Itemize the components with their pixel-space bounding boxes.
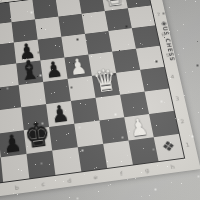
square-b2: ♟ <box>0 130 27 157</box>
square-c1 <box>27 151 56 179</box>
square-e1 <box>78 144 107 172</box>
black-pawn: ♟ <box>18 40 37 63</box>
square-c2: ♚ <box>24 127 52 154</box>
square-e2 <box>74 120 103 147</box>
coord-label: b <box>3 179 31 195</box>
black-pawn: ♟ <box>44 58 64 81</box>
white-pawn: ♟ <box>128 115 150 140</box>
square-d5: ♟ <box>40 57 67 81</box>
square-e5: ♟ <box>64 55 91 79</box>
square-d1 <box>52 147 81 175</box>
white-pawn: ♟ <box>68 55 88 78</box>
coord-label: e <box>81 169 109 185</box>
square-d4 <box>43 79 71 104</box>
black-pawn: ♟ <box>2 131 22 157</box>
square-h5 <box>136 46 164 70</box>
square-d2 <box>49 124 78 151</box>
coord-label: h <box>159 159 187 175</box>
coord-label: g <box>133 162 161 178</box>
square-h2 <box>149 111 179 137</box>
chess-board: abcdefgh abcdefgh 87654321 87654321 ◉US … <box>0 0 200 200</box>
square-e3 <box>71 98 99 124</box>
square-d3: ♟ <box>46 101 74 127</box>
square-b1 <box>1 154 30 182</box>
us-chess-brand-text: US CHESS <box>161 26 176 62</box>
corner-diamond-logo-icon: ❖ <box>161 139 177 154</box>
coord-label: d <box>56 172 84 188</box>
square-h1: ❖ <box>154 134 184 161</box>
square-e4 <box>68 76 96 101</box>
square-h3 <box>145 88 174 114</box>
coord-label: f <box>107 165 135 181</box>
square-c3 <box>21 104 49 130</box>
square-c4 <box>19 82 46 107</box>
square-h4 <box>140 67 169 92</box>
coord-label: c <box>29 176 57 192</box>
photo-scene: abcdefgh abcdefgh 87654321 87654321 ◉US … <box>0 0 200 200</box>
black-pawn: ♟ <box>50 102 70 127</box>
